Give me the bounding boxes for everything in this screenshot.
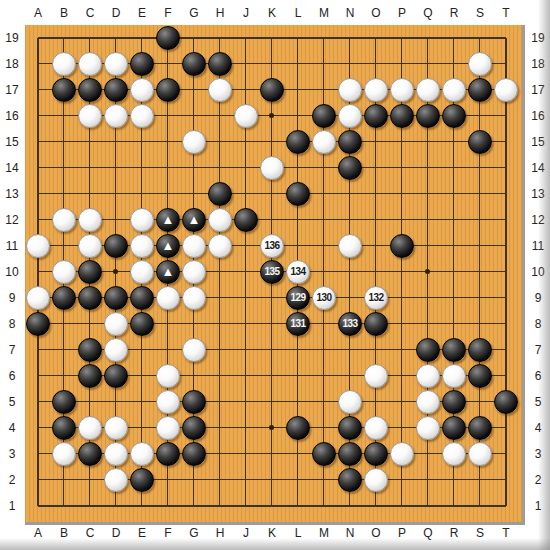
- intersection-M19[interactable]: [311, 25, 337, 51]
- intersection-G17[interactable]: [181, 77, 207, 103]
- intersection-J10[interactable]: [233, 259, 259, 285]
- intersection-C15[interactable]: [77, 129, 103, 155]
- intersection-Q16[interactable]: [415, 103, 441, 129]
- intersection-L2[interactable]: [285, 467, 311, 493]
- intersection-J11[interactable]: [233, 233, 259, 259]
- intersection-S7[interactable]: [467, 337, 493, 363]
- intersection-D10[interactable]: [103, 259, 129, 285]
- intersection-S15[interactable]: [467, 129, 493, 155]
- intersection-K1[interactable]: [259, 493, 285, 519]
- intersection-O13[interactable]: [363, 181, 389, 207]
- intersection-N14[interactable]: [337, 155, 363, 181]
- intersection-M4[interactable]: [311, 415, 337, 441]
- intersection-D3[interactable]: [103, 441, 129, 467]
- intersection-A11[interactable]: [25, 233, 51, 259]
- intersection-C6[interactable]: [77, 363, 103, 389]
- intersection-K16[interactable]: [259, 103, 285, 129]
- intersection-R14[interactable]: [441, 155, 467, 181]
- intersection-E10[interactable]: [129, 259, 155, 285]
- intersection-G9[interactable]: [181, 285, 207, 311]
- intersection-M11[interactable]: [311, 233, 337, 259]
- intersection-J6[interactable]: [233, 363, 259, 389]
- intersection-N17[interactable]: [337, 77, 363, 103]
- intersection-E6[interactable]: [129, 363, 155, 389]
- intersection-D19[interactable]: [103, 25, 129, 51]
- intersection-Q14[interactable]: [415, 155, 441, 181]
- intersection-R8[interactable]: [441, 311, 467, 337]
- intersection-C10[interactable]: [77, 259, 103, 285]
- intersection-P10[interactable]: [389, 259, 415, 285]
- intersection-O10[interactable]: [363, 259, 389, 285]
- intersection-G8[interactable]: [181, 311, 207, 337]
- intersection-J1[interactable]: [233, 493, 259, 519]
- intersection-D16[interactable]: [103, 103, 129, 129]
- intersection-S1[interactable]: [467, 493, 493, 519]
- intersection-R6[interactable]: [441, 363, 467, 389]
- intersection-F4[interactable]: [155, 415, 181, 441]
- intersection-J13[interactable]: [233, 181, 259, 207]
- intersection-T16[interactable]: [493, 103, 519, 129]
- intersection-T2[interactable]: [493, 467, 519, 493]
- intersection-D7[interactable]: [103, 337, 129, 363]
- intersection-L14[interactable]: [285, 155, 311, 181]
- intersection-P2[interactable]: [389, 467, 415, 493]
- intersection-G7[interactable]: [181, 337, 207, 363]
- intersection-E13[interactable]: [129, 181, 155, 207]
- intersection-J14[interactable]: [233, 155, 259, 181]
- intersection-G14[interactable]: [181, 155, 207, 181]
- intersection-R2[interactable]: [441, 467, 467, 493]
- intersection-M18[interactable]: [311, 51, 337, 77]
- intersection-P16[interactable]: [389, 103, 415, 129]
- intersection-F1[interactable]: [155, 493, 181, 519]
- intersection-P7[interactable]: [389, 337, 415, 363]
- intersection-D9[interactable]: [103, 285, 129, 311]
- intersection-F11[interactable]: ▲: [155, 233, 181, 259]
- intersection-D15[interactable]: [103, 129, 129, 155]
- intersection-P17[interactable]: [389, 77, 415, 103]
- intersection-A3[interactable]: [25, 441, 51, 467]
- intersection-H15[interactable]: [207, 129, 233, 155]
- intersection-E9[interactable]: [129, 285, 155, 311]
- intersection-G1[interactable]: [181, 493, 207, 519]
- intersection-K15[interactable]: [259, 129, 285, 155]
- intersection-H4[interactable]: [207, 415, 233, 441]
- intersection-M16[interactable]: [311, 103, 337, 129]
- intersection-B5[interactable]: [51, 389, 77, 415]
- intersection-A1[interactable]: [25, 493, 51, 519]
- intersection-C8[interactable]: [77, 311, 103, 337]
- intersection-E15[interactable]: [129, 129, 155, 155]
- intersection-L8[interactable]: 131: [285, 311, 311, 337]
- intersection-D12[interactable]: [103, 207, 129, 233]
- intersection-C19[interactable]: [77, 25, 103, 51]
- intersection-R13[interactable]: [441, 181, 467, 207]
- intersection-J19[interactable]: [233, 25, 259, 51]
- intersection-K3[interactable]: [259, 441, 285, 467]
- intersection-P6[interactable]: [389, 363, 415, 389]
- intersection-O5[interactable]: [363, 389, 389, 415]
- intersection-A7[interactable]: [25, 337, 51, 363]
- intersection-N3[interactable]: [337, 441, 363, 467]
- intersection-G12[interactable]: ▲: [181, 207, 207, 233]
- intersection-T7[interactable]: [493, 337, 519, 363]
- intersection-S4[interactable]: [467, 415, 493, 441]
- intersection-Q13[interactable]: [415, 181, 441, 207]
- intersection-T8[interactable]: [493, 311, 519, 337]
- intersection-C5[interactable]: [77, 389, 103, 415]
- intersection-G4[interactable]: [181, 415, 207, 441]
- intersection-K7[interactable]: [259, 337, 285, 363]
- intersection-B10[interactable]: [51, 259, 77, 285]
- intersection-B3[interactable]: [51, 441, 77, 467]
- intersection-M8[interactable]: [311, 311, 337, 337]
- intersection-J8[interactable]: [233, 311, 259, 337]
- intersection-B12[interactable]: [51, 207, 77, 233]
- intersection-M1[interactable]: [311, 493, 337, 519]
- intersection-M10[interactable]: [311, 259, 337, 285]
- intersection-S18[interactable]: [467, 51, 493, 77]
- intersection-A8[interactable]: [25, 311, 51, 337]
- intersection-S16[interactable]: [467, 103, 493, 129]
- intersection-M7[interactable]: [311, 337, 337, 363]
- intersection-G18[interactable]: [181, 51, 207, 77]
- intersection-K17[interactable]: [259, 77, 285, 103]
- intersection-S3[interactable]: [467, 441, 493, 467]
- intersection-D18[interactable]: [103, 51, 129, 77]
- intersection-R3[interactable]: [441, 441, 467, 467]
- intersection-K9[interactable]: [259, 285, 285, 311]
- intersection-E18[interactable]: [129, 51, 155, 77]
- intersection-C18[interactable]: [77, 51, 103, 77]
- intersection-T3[interactable]: [493, 441, 519, 467]
- intersection-P15[interactable]: [389, 129, 415, 155]
- intersection-D1[interactable]: [103, 493, 129, 519]
- intersection-H16[interactable]: [207, 103, 233, 129]
- intersection-O18[interactable]: [363, 51, 389, 77]
- intersection-N16[interactable]: [337, 103, 363, 129]
- intersection-H1[interactable]: [207, 493, 233, 519]
- intersection-A10[interactable]: [25, 259, 51, 285]
- intersection-E3[interactable]: [129, 441, 155, 467]
- intersection-C11[interactable]: [77, 233, 103, 259]
- intersection-J18[interactable]: [233, 51, 259, 77]
- intersection-R17[interactable]: [441, 77, 467, 103]
- intersection-M12[interactable]: [311, 207, 337, 233]
- intersection-P19[interactable]: [389, 25, 415, 51]
- intersection-C7[interactable]: [77, 337, 103, 363]
- intersection-J4[interactable]: [233, 415, 259, 441]
- intersection-Q17[interactable]: [415, 77, 441, 103]
- intersection-D13[interactable]: [103, 181, 129, 207]
- intersection-F10[interactable]: ▲: [155, 259, 181, 285]
- intersection-J15[interactable]: [233, 129, 259, 155]
- intersection-T5[interactable]: [493, 389, 519, 415]
- intersection-T6[interactable]: [493, 363, 519, 389]
- intersection-L15[interactable]: [285, 129, 311, 155]
- intersection-T10[interactable]: [493, 259, 519, 285]
- intersection-Q6[interactable]: [415, 363, 441, 389]
- intersection-R19[interactable]: [441, 25, 467, 51]
- intersection-O7[interactable]: [363, 337, 389, 363]
- intersection-K5[interactable]: [259, 389, 285, 415]
- intersection-C12[interactable]: [77, 207, 103, 233]
- intersection-D4[interactable]: [103, 415, 129, 441]
- intersection-H17[interactable]: [207, 77, 233, 103]
- intersection-K2[interactable]: [259, 467, 285, 493]
- intersection-H12[interactable]: [207, 207, 233, 233]
- intersection-G3[interactable]: [181, 441, 207, 467]
- intersection-N18[interactable]: [337, 51, 363, 77]
- intersection-R18[interactable]: [441, 51, 467, 77]
- intersection-S9[interactable]: [467, 285, 493, 311]
- intersection-Q19[interactable]: [415, 25, 441, 51]
- intersection-R5[interactable]: [441, 389, 467, 415]
- intersection-P9[interactable]: [389, 285, 415, 311]
- intersection-P12[interactable]: [389, 207, 415, 233]
- intersection-O14[interactable]: [363, 155, 389, 181]
- intersection-N19[interactable]: [337, 25, 363, 51]
- intersection-H5[interactable]: [207, 389, 233, 415]
- intersection-F6[interactable]: [155, 363, 181, 389]
- intersection-C3[interactable]: [77, 441, 103, 467]
- intersection-Q18[interactable]: [415, 51, 441, 77]
- intersection-F2[interactable]: [155, 467, 181, 493]
- intersection-D8[interactable]: [103, 311, 129, 337]
- intersection-H10[interactable]: [207, 259, 233, 285]
- intersection-O11[interactable]: [363, 233, 389, 259]
- intersection-P5[interactable]: [389, 389, 415, 415]
- intersection-Q4[interactable]: [415, 415, 441, 441]
- intersection-P8[interactable]: [389, 311, 415, 337]
- intersection-F17[interactable]: [155, 77, 181, 103]
- intersection-O8[interactable]: [363, 311, 389, 337]
- intersection-B14[interactable]: [51, 155, 77, 181]
- intersection-T18[interactable]: [493, 51, 519, 77]
- intersection-K13[interactable]: [259, 181, 285, 207]
- intersection-B9[interactable]: [51, 285, 77, 311]
- intersection-E12[interactable]: [129, 207, 155, 233]
- intersection-Q7[interactable]: [415, 337, 441, 363]
- intersection-C13[interactable]: [77, 181, 103, 207]
- intersection-B11[interactable]: [51, 233, 77, 259]
- intersection-G11[interactable]: [181, 233, 207, 259]
- intersection-L3[interactable]: [285, 441, 311, 467]
- intersection-K18[interactable]: [259, 51, 285, 77]
- intersection-O12[interactable]: [363, 207, 389, 233]
- intersection-H7[interactable]: [207, 337, 233, 363]
- intersection-L16[interactable]: [285, 103, 311, 129]
- intersection-B15[interactable]: [51, 129, 77, 155]
- intersection-F9[interactable]: [155, 285, 181, 311]
- intersection-C9[interactable]: [77, 285, 103, 311]
- intersection-L5[interactable]: [285, 389, 311, 415]
- intersection-Q2[interactable]: [415, 467, 441, 493]
- intersection-B13[interactable]: [51, 181, 77, 207]
- intersection-B2[interactable]: [51, 467, 77, 493]
- intersection-R4[interactable]: [441, 415, 467, 441]
- intersection-F19[interactable]: [155, 25, 181, 51]
- intersection-F15[interactable]: [155, 129, 181, 155]
- intersection-C14[interactable]: [77, 155, 103, 181]
- intersection-F8[interactable]: [155, 311, 181, 337]
- intersection-E5[interactable]: [129, 389, 155, 415]
- intersection-T19[interactable]: [493, 25, 519, 51]
- intersection-N9[interactable]: [337, 285, 363, 311]
- intersection-N2[interactable]: [337, 467, 363, 493]
- intersection-G19[interactable]: [181, 25, 207, 51]
- intersection-B17[interactable]: [51, 77, 77, 103]
- intersection-D6[interactable]: [103, 363, 129, 389]
- intersection-M9[interactable]: 130: [311, 285, 337, 311]
- intersection-S13[interactable]: [467, 181, 493, 207]
- intersection-S17[interactable]: [467, 77, 493, 103]
- intersection-O3[interactable]: [363, 441, 389, 467]
- intersection-Q9[interactable]: [415, 285, 441, 311]
- intersection-P11[interactable]: [389, 233, 415, 259]
- intersection-J5[interactable]: [233, 389, 259, 415]
- intersection-E8[interactable]: [129, 311, 155, 337]
- intersection-H3[interactable]: [207, 441, 233, 467]
- intersection-R7[interactable]: [441, 337, 467, 363]
- intersection-T4[interactable]: [493, 415, 519, 441]
- intersection-E19[interactable]: [129, 25, 155, 51]
- intersection-Q15[interactable]: [415, 129, 441, 155]
- intersection-M15[interactable]: [311, 129, 337, 155]
- intersection-A18[interactable]: [25, 51, 51, 77]
- intersection-D11[interactable]: [103, 233, 129, 259]
- intersection-L13[interactable]: [285, 181, 311, 207]
- intersection-R16[interactable]: [441, 103, 467, 129]
- intersection-L18[interactable]: [285, 51, 311, 77]
- intersection-S19[interactable]: [467, 25, 493, 51]
- intersection-C16[interactable]: [77, 103, 103, 129]
- intersection-O15[interactable]: [363, 129, 389, 155]
- intersection-D14[interactable]: [103, 155, 129, 181]
- intersection-H11[interactable]: [207, 233, 233, 259]
- intersection-D17[interactable]: [103, 77, 129, 103]
- intersection-R10[interactable]: [441, 259, 467, 285]
- intersection-N6[interactable]: [337, 363, 363, 389]
- intersection-B6[interactable]: [51, 363, 77, 389]
- intersection-K6[interactable]: [259, 363, 285, 389]
- intersection-A9[interactable]: [25, 285, 51, 311]
- intersection-L1[interactable]: [285, 493, 311, 519]
- intersection-H2[interactable]: [207, 467, 233, 493]
- intersection-Q1[interactable]: [415, 493, 441, 519]
- intersection-G6[interactable]: [181, 363, 207, 389]
- intersection-H6[interactable]: [207, 363, 233, 389]
- intersection-J7[interactable]: [233, 337, 259, 363]
- intersection-S10[interactable]: [467, 259, 493, 285]
- intersection-O17[interactable]: [363, 77, 389, 103]
- intersection-A13[interactable]: [25, 181, 51, 207]
- intersection-J16[interactable]: [233, 103, 259, 129]
- intersection-K11[interactable]: 136: [259, 233, 285, 259]
- intersection-F13[interactable]: [155, 181, 181, 207]
- intersection-L6[interactable]: [285, 363, 311, 389]
- intersection-E16[interactable]: [129, 103, 155, 129]
- intersection-L7[interactable]: [285, 337, 311, 363]
- intersection-D5[interactable]: [103, 389, 129, 415]
- intersection-F16[interactable]: [155, 103, 181, 129]
- intersection-A5[interactable]: [25, 389, 51, 415]
- intersection-P14[interactable]: [389, 155, 415, 181]
- intersection-C4[interactable]: [77, 415, 103, 441]
- intersection-J2[interactable]: [233, 467, 259, 493]
- intersection-A14[interactable]: [25, 155, 51, 181]
- intersection-Q11[interactable]: [415, 233, 441, 259]
- intersection-P3[interactable]: [389, 441, 415, 467]
- intersection-N15[interactable]: [337, 129, 363, 155]
- intersection-M6[interactable]: [311, 363, 337, 389]
- intersection-G2[interactable]: [181, 467, 207, 493]
- intersection-T14[interactable]: [493, 155, 519, 181]
- intersection-K8[interactable]: [259, 311, 285, 337]
- intersection-L12[interactable]: [285, 207, 311, 233]
- intersection-A19[interactable]: [25, 25, 51, 51]
- intersection-N10[interactable]: [337, 259, 363, 285]
- intersection-C2[interactable]: [77, 467, 103, 493]
- intersection-N8[interactable]: 133: [337, 311, 363, 337]
- intersection-D2[interactable]: [103, 467, 129, 493]
- intersection-B7[interactable]: [51, 337, 77, 363]
- intersection-M5[interactable]: [311, 389, 337, 415]
- intersection-T12[interactable]: [493, 207, 519, 233]
- intersection-A4[interactable]: [25, 415, 51, 441]
- intersection-P13[interactable]: [389, 181, 415, 207]
- intersection-F5[interactable]: [155, 389, 181, 415]
- intersection-Q5[interactable]: [415, 389, 441, 415]
- intersection-A16[interactable]: [25, 103, 51, 129]
- intersection-S14[interactable]: [467, 155, 493, 181]
- intersection-E4[interactable]: [129, 415, 155, 441]
- intersection-K4[interactable]: [259, 415, 285, 441]
- intersection-H14[interactable]: [207, 155, 233, 181]
- intersection-J9[interactable]: [233, 285, 259, 311]
- intersection-B4[interactable]: [51, 415, 77, 441]
- intersection-F14[interactable]: [155, 155, 181, 181]
- intersection-S2[interactable]: [467, 467, 493, 493]
- intersection-Q3[interactable]: [415, 441, 441, 467]
- intersection-N4[interactable]: [337, 415, 363, 441]
- intersection-M2[interactable]: [311, 467, 337, 493]
- intersection-J12[interactable]: [233, 207, 259, 233]
- intersection-S11[interactable]: [467, 233, 493, 259]
- intersection-P18[interactable]: [389, 51, 415, 77]
- intersection-K12[interactable]: [259, 207, 285, 233]
- intersection-T1[interactable]: [493, 493, 519, 519]
- intersection-B8[interactable]: [51, 311, 77, 337]
- intersection-F12[interactable]: ▲: [155, 207, 181, 233]
- intersection-B16[interactable]: [51, 103, 77, 129]
- intersection-E14[interactable]: [129, 155, 155, 181]
- intersection-N13[interactable]: [337, 181, 363, 207]
- intersection-R11[interactable]: [441, 233, 467, 259]
- intersection-O2[interactable]: [363, 467, 389, 493]
- intersection-N7[interactable]: [337, 337, 363, 363]
- intersection-B18[interactable]: [51, 51, 77, 77]
- intersection-H19[interactable]: [207, 25, 233, 51]
- intersection-J3[interactable]: [233, 441, 259, 467]
- intersection-N11[interactable]: [337, 233, 363, 259]
- intersection-R9[interactable]: [441, 285, 467, 311]
- intersection-A12[interactable]: [25, 207, 51, 233]
- intersection-O19[interactable]: [363, 25, 389, 51]
- intersection-H18[interactable]: [207, 51, 233, 77]
- intersection-M14[interactable]: [311, 155, 337, 181]
- intersection-M13[interactable]: [311, 181, 337, 207]
